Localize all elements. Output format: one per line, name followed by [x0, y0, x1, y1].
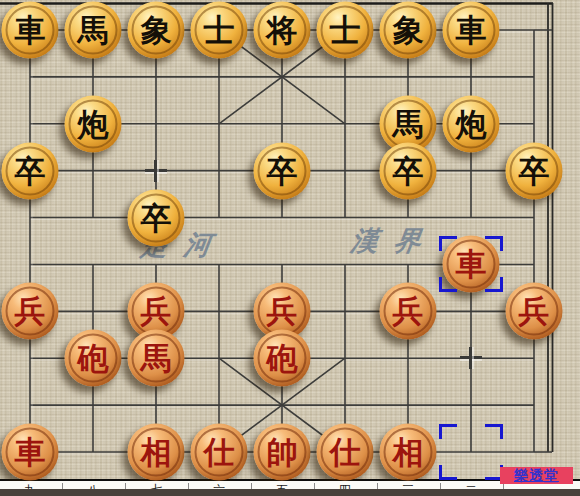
piece-black-rook[interactable]: 車 — [443, 2, 500, 59]
piece-black-pawn[interactable]: 卒 — [506, 142, 563, 199]
piece-black-advisor[interactable]: 士 — [191, 2, 248, 59]
piece-red-elephant[interactable]: 相 — [380, 424, 437, 481]
piece-black-general[interactable]: 将 — [254, 2, 311, 59]
piece-black-pawn[interactable]: 卒 — [380, 142, 437, 199]
piece-black-advisor[interactable]: 士 — [317, 2, 374, 59]
piece-red-horse[interactable]: 馬 — [128, 330, 185, 387]
piece-black-elephant[interactable]: 象 — [128, 2, 185, 59]
piece-red-cannon[interactable]: 砲 — [254, 330, 311, 387]
piece-black-cannon[interactable]: 炮 — [65, 95, 122, 152]
bottom-bar — [0, 489, 580, 496]
xiangqi-board[interactable]: 楚河 漢界 九八七六五四三二一 樂透堂 車馬象士将士象車炮馬炮卒卒卒卒卒車兵兵兵… — [0, 0, 580, 496]
piece-red-general[interactable]: 帥 — [254, 424, 311, 481]
piece-red-pawn[interactable]: 兵 — [2, 283, 59, 340]
piece-black-pawn[interactable]: 卒 — [128, 189, 185, 246]
position-marker — [145, 160, 167, 182]
piece-black-pawn[interactable]: 卒 — [254, 142, 311, 199]
piece-red-pawn[interactable]: 兵 — [506, 283, 563, 340]
piece-red-advisor[interactable]: 仕 — [317, 424, 374, 481]
piece-black-rook[interactable]: 車 — [2, 2, 59, 59]
piece-black-elephant[interactable]: 象 — [380, 2, 437, 59]
piece-red-elephant[interactable]: 相 — [128, 424, 185, 481]
piece-black-cannon[interactable]: 炮 — [443, 95, 500, 152]
piece-red-rook[interactable]: 車 — [443, 236, 500, 293]
letou-tang-watermark: 樂透堂 — [500, 467, 573, 484]
river-label-right: 漢界 — [348, 223, 439, 259]
piece-red-advisor[interactable]: 仕 — [191, 424, 248, 481]
piece-black-horse[interactable]: 馬 — [65, 2, 122, 59]
piece-black-pawn[interactable]: 卒 — [2, 142, 59, 199]
position-marker — [460, 347, 482, 369]
piece-red-cannon[interactable]: 砲 — [65, 330, 122, 387]
piece-red-pawn[interactable]: 兵 — [380, 283, 437, 340]
piece-red-rook[interactable]: 車 — [2, 424, 59, 481]
